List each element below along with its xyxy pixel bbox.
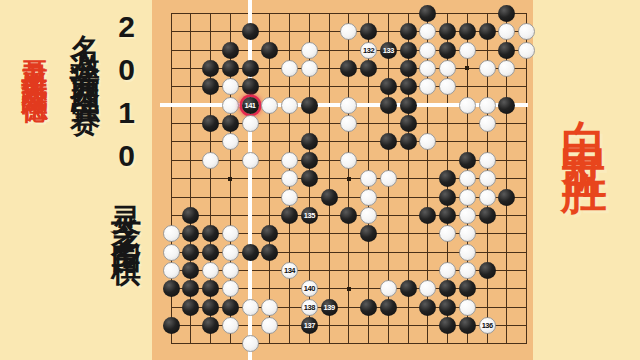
white-stone-move-134: 134 [281, 262, 298, 279]
video-frame: 聂卫平执黑对战陈祖德 2010灵芝之乡围棋 名人邀请赛四强赛 白中盘胜 1321… [0, 0, 640, 360]
white-stone [242, 115, 259, 132]
black-stone [400, 133, 417, 150]
black-stone [242, 23, 259, 40]
black-stone [222, 42, 239, 59]
black-stone-move-133: 133 [380, 42, 397, 59]
black-stone [202, 317, 219, 334]
white-stone [222, 225, 239, 242]
black-stone [202, 225, 219, 242]
black-stone [479, 207, 496, 224]
black-stone [479, 23, 496, 40]
star-point [347, 287, 351, 291]
black-stone [301, 133, 318, 150]
white-stone [419, 78, 436, 95]
black-stone [301, 97, 318, 114]
black-stone [400, 280, 417, 297]
white-stone [301, 42, 318, 59]
black-stone [360, 60, 377, 77]
black-stone [301, 170, 318, 187]
black-stone [182, 244, 199, 261]
black-stone [261, 225, 278, 242]
black-stone [340, 207, 357, 224]
white-stone [419, 133, 436, 150]
black-stone [222, 60, 239, 77]
white-stone-move-136: 136 [479, 317, 496, 334]
white-stone [459, 299, 476, 316]
white-stone [360, 207, 377, 224]
black-stone [360, 23, 377, 40]
white-stone [202, 262, 219, 279]
black-stone [419, 5, 436, 22]
black-stone [400, 42, 417, 59]
white-stone [222, 244, 239, 261]
white-stone [222, 317, 239, 334]
white-stone [163, 244, 180, 261]
black-stone [439, 280, 456, 297]
white-stone [242, 299, 259, 316]
white-stone [459, 207, 476, 224]
white-stone [459, 170, 476, 187]
white-stone [498, 60, 515, 77]
black-stone [163, 317, 180, 334]
white-stone-move-138: 138 [301, 299, 318, 316]
white-stone-move-140: 140 [301, 280, 318, 297]
white-stone [439, 225, 456, 242]
black-stone [261, 244, 278, 261]
black-stone [439, 317, 456, 334]
white-stone [518, 42, 535, 59]
white-stone [360, 189, 377, 206]
white-stone [281, 60, 298, 77]
result-caption: 白中盘胜 [562, 84, 608, 148]
black-stone [380, 97, 397, 114]
white-stone [439, 78, 456, 95]
black-stone [301, 152, 318, 169]
black-stone [222, 299, 239, 316]
white-stone [261, 299, 278, 316]
white-stone [242, 152, 259, 169]
white-stone [360, 170, 377, 187]
white-stone [459, 225, 476, 242]
white-stone [281, 170, 298, 187]
white-stone [439, 60, 456, 77]
white-stone [202, 152, 219, 169]
black-stone [182, 225, 199, 242]
black-stone [439, 170, 456, 187]
black-stone [459, 317, 476, 334]
last-move-stone: 141 [242, 97, 259, 114]
players-caption: 聂卫平执黑对战陈祖德 [22, 40, 48, 80]
black-stone [400, 97, 417, 114]
white-stone [479, 115, 496, 132]
white-stone [261, 97, 278, 114]
white-stone [459, 244, 476, 261]
black-stone [498, 189, 515, 206]
white-stone [340, 115, 357, 132]
black-stone [439, 23, 456, 40]
white-stone [340, 97, 357, 114]
black-stone [321, 189, 338, 206]
white-stone [380, 170, 397, 187]
star-point [465, 66, 469, 70]
white-stone [222, 78, 239, 95]
white-stone [222, 280, 239, 297]
black-stone [360, 225, 377, 242]
black-stone [222, 115, 239, 132]
black-stone [360, 299, 377, 316]
black-stone [182, 207, 199, 224]
white-stone [222, 97, 239, 114]
white-stone [419, 23, 436, 40]
star-point [228, 177, 232, 181]
black-stone [163, 280, 180, 297]
white-stone [281, 189, 298, 206]
black-stone [202, 280, 219, 297]
black-stone [439, 42, 456, 59]
black-stone [439, 207, 456, 224]
white-stone [459, 42, 476, 59]
black-stone-move-137: 137 [301, 317, 318, 334]
black-stone [459, 23, 476, 40]
black-stone [182, 280, 199, 297]
white-stone [281, 97, 298, 114]
black-stone [400, 23, 417, 40]
black-stone [419, 207, 436, 224]
white-stone [340, 23, 357, 40]
black-stone [281, 207, 298, 224]
white-stone [479, 97, 496, 114]
go-board: 132133141135134140138139137136 [152, 0, 533, 360]
white-stone [301, 60, 318, 77]
white-stone [163, 225, 180, 242]
black-stone [182, 262, 199, 279]
black-stone-move-139: 139 [321, 299, 338, 316]
white-stone [281, 152, 298, 169]
white-stone [479, 60, 496, 77]
white-stone [518, 23, 535, 40]
black-stone [242, 60, 259, 77]
grid-vline [526, 13, 527, 344]
white-stone [380, 280, 397, 297]
white-stone [163, 262, 180, 279]
black-stone [459, 280, 476, 297]
white-stone [242, 335, 259, 352]
black-stone [202, 244, 219, 261]
black-stone [261, 42, 278, 59]
black-stone [498, 42, 515, 59]
white-stone [419, 60, 436, 77]
black-stone [242, 78, 259, 95]
black-stone [479, 262, 496, 279]
white-stone [419, 42, 436, 59]
black-stone [459, 152, 476, 169]
grid-hline [171, 343, 527, 344]
black-stone [340, 60, 357, 77]
right-caption-panel [533, 0, 640, 360]
white-stone [419, 280, 436, 297]
black-stone [419, 299, 436, 316]
black-stone [202, 115, 219, 132]
black-stone [439, 189, 456, 206]
black-stone [380, 133, 397, 150]
white-stone [222, 262, 239, 279]
black-stone [202, 299, 219, 316]
black-stone [400, 60, 417, 77]
event-title-line1: 2010灵芝之乡围棋 [111, 10, 141, 242]
white-stone [439, 262, 456, 279]
white-stone [459, 262, 476, 279]
white-stone [479, 189, 496, 206]
white-stone-move-132: 132 [360, 42, 377, 59]
white-stone [498, 23, 515, 40]
white-stone [261, 317, 278, 334]
black-stone [439, 299, 456, 316]
black-stone-move-135: 135 [301, 207, 318, 224]
white-stone [479, 152, 496, 169]
black-stone [380, 299, 397, 316]
white-stone [479, 170, 496, 187]
black-stone [400, 78, 417, 95]
left-caption-panel: 聂卫平执黑对战陈祖德 2010灵芝之乡围棋 名人邀请赛四强赛 [0, 0, 152, 360]
star-point [347, 177, 351, 181]
event-title-line2: 名人邀请赛四强赛 [70, 10, 100, 90]
white-stone [459, 97, 476, 114]
black-stone [242, 244, 259, 261]
white-stone [222, 133, 239, 150]
black-stone [498, 97, 515, 114]
black-stone [380, 78, 397, 95]
black-stone [202, 60, 219, 77]
white-stone [459, 189, 476, 206]
black-stone [202, 78, 219, 95]
black-stone [498, 5, 515, 22]
white-stone [340, 152, 357, 169]
black-stone [182, 299, 199, 316]
black-stone [400, 115, 417, 132]
